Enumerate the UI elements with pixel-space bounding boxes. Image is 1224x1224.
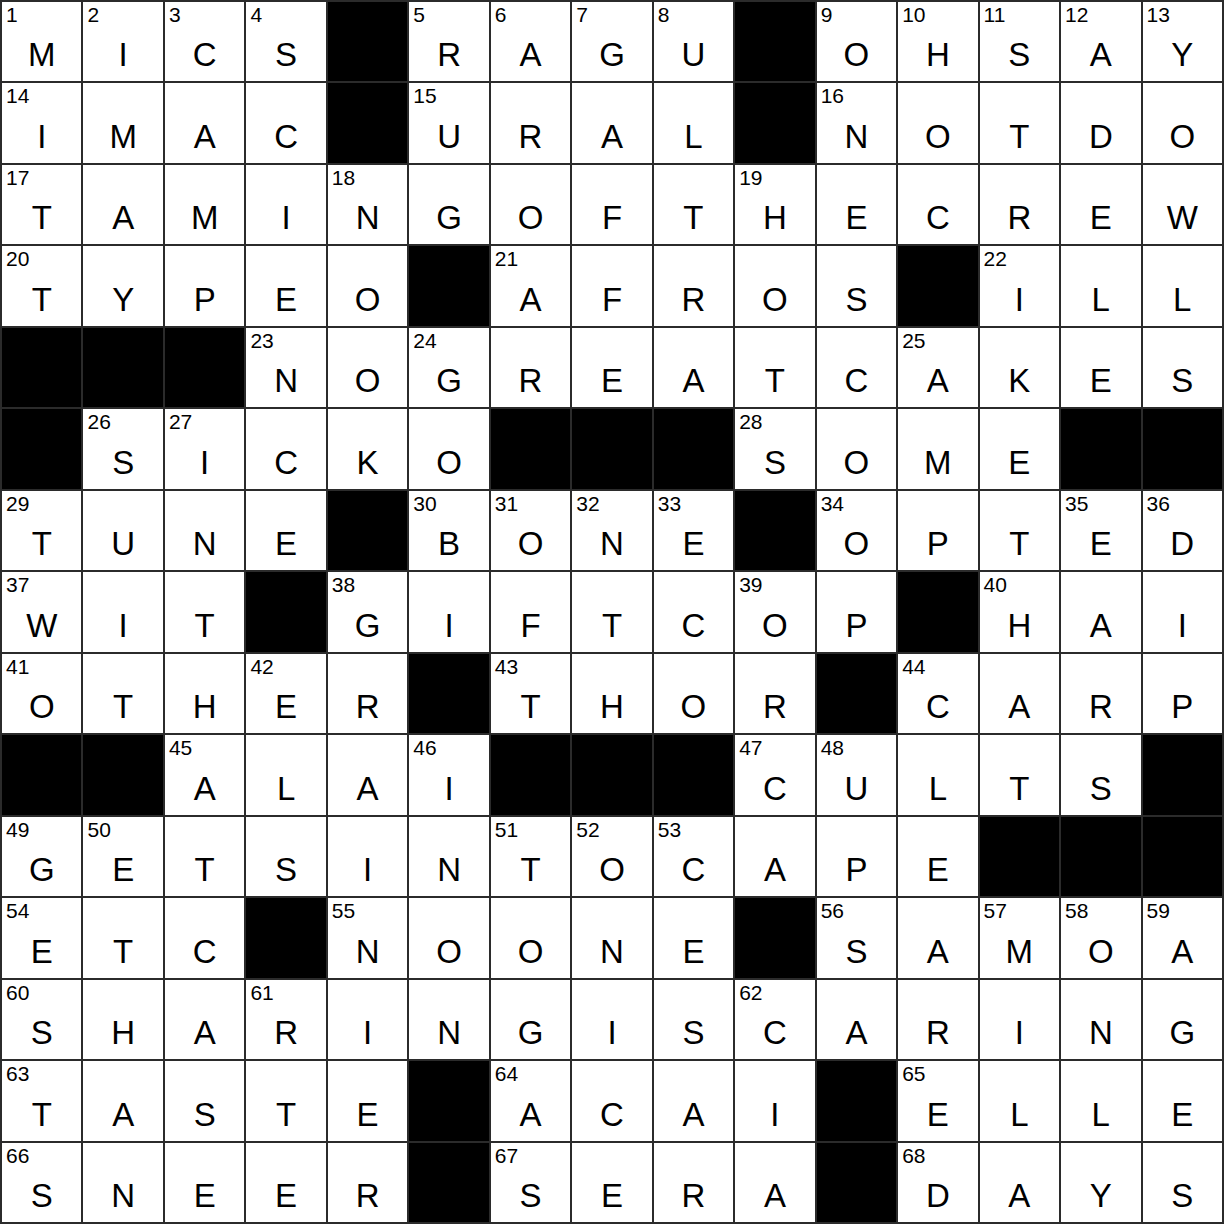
cell-r3c3[interactable]: M [165, 165, 244, 244]
cell-letter: I [83, 609, 162, 642]
cell-r9c9[interactable]: O [654, 654, 733, 733]
cell-letter: E [572, 1179, 651, 1212]
cell-r7c11[interactable]: 34O [817, 491, 896, 570]
cell-r4c2[interactable]: Y [83, 246, 162, 325]
cell-letter: O [572, 853, 651, 886]
cell-r13c10[interactable]: 62C [735, 980, 814, 1059]
cell-letter: G [409, 364, 488, 397]
cell-r6c11[interactable]: O [817, 409, 896, 488]
cell-letter: S [1143, 364, 1222, 397]
clue-number: 13 [1147, 4, 1170, 25]
cell-r6c2[interactable]: 26S [83, 409, 162, 488]
cell-r13c2[interactable]: H [83, 980, 162, 1059]
cell-r9c15[interactable]: P [1143, 654, 1222, 733]
cell-r8c7[interactable]: F [491, 572, 570, 651]
cell-r4c7[interactable]: 21A [491, 246, 570, 325]
cell-r14c4[interactable]: T [246, 1061, 325, 1140]
cell-r10c3[interactable]: 45A [165, 735, 244, 814]
cell-r12c11[interactable]: 56S [817, 898, 896, 977]
clue-number: 44 [902, 656, 925, 677]
clue-number: 3 [169, 4, 181, 25]
cell-r7c7[interactable]: 31O [491, 491, 570, 570]
cell-letter: A [980, 1179, 1059, 1212]
cell-r14c2[interactable]: A [83, 1061, 162, 1140]
cell-letter: S [165, 1098, 244, 1131]
cell-letter: E [898, 1098, 977, 1131]
cell-r3c2[interactable]: A [83, 165, 162, 244]
cell-r2c9[interactable]: L [654, 83, 733, 162]
cell-letter: D [898, 1179, 977, 1212]
cell-r4c3[interactable]: P [165, 246, 244, 325]
cell-letter: S [246, 853, 325, 886]
cell-r1c1[interactable]: 1M [2, 2, 81, 81]
clue-number: 30 [413, 493, 436, 514]
cell-r13c3[interactable]: A [165, 980, 244, 1059]
cell-letter: C [572, 1098, 651, 1131]
cell-r4c10[interactable]: O [735, 246, 814, 325]
cell-r9c2[interactable]: T [83, 654, 162, 733]
cell-r9c4[interactable]: 42E [246, 654, 325, 733]
cell-r4c13[interactable]: 22I [980, 246, 1059, 325]
cell-r7c9[interactable]: 33E [654, 491, 733, 570]
cell-letter: I [328, 853, 407, 886]
cell-r12c15[interactable]: 59A [1143, 898, 1222, 977]
cell-r14c14[interactable]: L [1061, 1061, 1140, 1140]
cell-r2c14[interactable]: D [1061, 83, 1140, 162]
cell-r12c12[interactable]: A [898, 898, 977, 977]
cell-r11c10[interactable]: A [735, 817, 814, 896]
cell-r3c15[interactable]: W [1143, 165, 1222, 244]
cell-r3c9[interactable]: T [654, 165, 733, 244]
cell-r10c12[interactable]: L [898, 735, 977, 814]
cell-letter: F [572, 283, 651, 316]
cell-r12c1[interactable]: 54E [2, 898, 81, 977]
cell-r2c4[interactable]: C [246, 83, 325, 162]
cell-r1c14[interactable]: 12A [1061, 2, 1140, 81]
cell-letter: N [246, 364, 325, 397]
cell-r6c8 [572, 409, 651, 488]
cell-r15c2[interactable]: N [83, 1143, 162, 1222]
cell-r11c7[interactable]: 51T [491, 817, 570, 896]
cell-r7c8[interactable]: 32N [572, 491, 651, 570]
cell-r12c14[interactable]: 58O [1061, 898, 1140, 977]
cell-r1c9[interactable]: 8U [654, 2, 733, 81]
cell-letter: O [1061, 935, 1140, 968]
cell-r5c13[interactable]: K [980, 328, 1059, 407]
clue-number: 37 [6, 574, 29, 595]
cell-r1c11[interactable]: 9O [817, 2, 896, 81]
cell-r9c13[interactable]: A [980, 654, 1059, 733]
cell-r2c1[interactable]: 14I [2, 83, 81, 162]
cell-r9c5[interactable]: R [328, 654, 407, 733]
cell-letter: T [165, 853, 244, 886]
cell-r5c6[interactable]: 24G [409, 328, 488, 407]
cell-r8c9[interactable]: C [654, 572, 733, 651]
cell-r8c8[interactable]: T [572, 572, 651, 651]
cell-r1c13[interactable]: 11S [980, 2, 1059, 81]
cell-r3c11[interactable]: E [817, 165, 896, 244]
cell-r8c12 [898, 572, 977, 651]
cell-letter: N [409, 853, 488, 886]
cell-r12c9[interactable]: E [654, 898, 733, 977]
cell-r12c13[interactable]: 57M [980, 898, 1059, 977]
cell-letter: A [165, 1016, 244, 1049]
cell-r4c14[interactable]: L [1061, 246, 1140, 325]
cell-r5c8[interactable]: E [572, 328, 651, 407]
clue-number: 46 [413, 737, 436, 758]
cell-r9c8[interactable]: H [572, 654, 651, 733]
clue-number: 56 [821, 900, 844, 921]
cell-letter: S [2, 1179, 81, 1212]
cell-r12c5[interactable]: 55N [328, 898, 407, 977]
clue-number: 1 [6, 4, 18, 25]
clue-number: 36 [1147, 493, 1170, 514]
cell-r15c1[interactable]: 66S [2, 1143, 81, 1222]
cell-r6c12[interactable]: M [898, 409, 977, 488]
cell-letter: S [83, 446, 162, 479]
cell-r11c1[interactable]: 49G [2, 817, 81, 896]
cell-letter: S [817, 935, 896, 968]
cell-r14c13[interactable]: L [980, 1061, 1059, 1140]
cell-letter: O [898, 120, 977, 153]
cell-r8c13[interactable]: 40H [980, 572, 1059, 651]
cell-letter: H [898, 38, 977, 71]
cell-letter: M [898, 446, 977, 479]
cell-r8c14[interactable]: A [1061, 572, 1140, 651]
cell-r14c1[interactable]: 63T [2, 1061, 81, 1140]
cell-r15c5[interactable]: R [328, 1143, 407, 1222]
cell-r8c1[interactable]: 37W [2, 572, 81, 651]
cell-r4c11[interactable]: S [817, 246, 896, 325]
cell-r3c10[interactable]: 19H [735, 165, 814, 244]
cell-letter: Y [1061, 1179, 1140, 1212]
cell-r1c12[interactable]: 10H [898, 2, 977, 81]
cell-letter: I [1143, 609, 1222, 642]
cell-letter: K [328, 446, 407, 479]
cell-r5c5[interactable]: O [328, 328, 407, 407]
cell-r11c12[interactable]: E [898, 817, 977, 896]
cell-letter: A [1143, 935, 1222, 968]
cell-r15c4[interactable]: E [246, 1143, 325, 1222]
cell-r11c9[interactable]: 53C [654, 817, 733, 896]
cell-r11c4[interactable]: S [246, 817, 325, 896]
cell-r15c14[interactable]: Y [1061, 1143, 1140, 1222]
clue-number: 27 [169, 411, 192, 432]
cell-r7c3[interactable]: N [165, 491, 244, 570]
cell-r10c14[interactable]: S [1061, 735, 1140, 814]
cell-r15c13[interactable]: A [980, 1143, 1059, 1222]
cell-r7c14[interactable]: 35E [1061, 491, 1140, 570]
cell-letter: N [165, 527, 244, 560]
cell-r14c15[interactable]: E [1143, 1061, 1222, 1140]
cell-r13c5[interactable]: I [328, 980, 407, 1059]
cell-letter: N [328, 201, 407, 234]
cell-r13c4[interactable]: 61R [246, 980, 325, 1059]
cell-r3c1[interactable]: 17T [2, 165, 81, 244]
cell-letter: E [980, 446, 1059, 479]
cell-r13c12[interactable]: R [898, 980, 977, 1059]
cell-r10c4[interactable]: L [246, 735, 325, 814]
cell-r13c15[interactable]: G [1143, 980, 1222, 1059]
cell-r8c3[interactable]: T [165, 572, 244, 651]
cell-r9c3[interactable]: H [165, 654, 244, 733]
cell-letter: C [817, 364, 896, 397]
cell-r15c3[interactable]: E [165, 1143, 244, 1222]
cell-r9c6 [409, 654, 488, 733]
cell-r6c4[interactable]: C [246, 409, 325, 488]
cell-r6c5[interactable]: K [328, 409, 407, 488]
cell-r3c8[interactable]: F [572, 165, 651, 244]
cell-r11c8[interactable]: 52O [572, 817, 651, 896]
clue-number: 24 [413, 330, 436, 351]
cell-letter: B [409, 527, 488, 560]
cell-r2c6[interactable]: 15U [409, 83, 488, 162]
cell-r3c5[interactable]: 18N [328, 165, 407, 244]
cell-r3c6[interactable]: G [409, 165, 488, 244]
cell-r3c12[interactable]: C [898, 165, 977, 244]
cell-r13c11[interactable]: A [817, 980, 896, 1059]
cell-r5c15[interactable]: S [1143, 328, 1222, 407]
cell-r1c2[interactable]: 2I [83, 2, 162, 81]
cell-letter: O [817, 527, 896, 560]
cell-letter: O [654, 690, 733, 723]
cell-letter: O [735, 609, 814, 642]
cell-letter: W [2, 609, 81, 642]
cell-r13c9[interactable]: S [654, 980, 733, 1059]
cell-r13c7[interactable]: G [491, 980, 570, 1059]
cell-r12c2[interactable]: T [83, 898, 162, 977]
cell-letter: R [898, 1016, 977, 1049]
cell-r13c6[interactable]: N [409, 980, 488, 1059]
cell-r7c13[interactable]: T [980, 491, 1059, 570]
cell-r8c10[interactable]: 39O [735, 572, 814, 651]
cell-letter: A [735, 853, 814, 886]
clue-number: 66 [6, 1145, 29, 1166]
cell-r7c5 [328, 491, 407, 570]
cell-r6c6[interactable]: O [409, 409, 488, 488]
cell-letter: E [1061, 201, 1140, 234]
cell-r8c5[interactable]: 38G [328, 572, 407, 651]
cell-letter: I [246, 201, 325, 234]
cell-r12c7[interactable]: O [491, 898, 570, 977]
cell-r3c13[interactable]: R [980, 165, 1059, 244]
cell-r2c7[interactable]: R [491, 83, 570, 162]
cell-letter: I [328, 1016, 407, 1049]
cell-letter: E [246, 1179, 325, 1212]
cell-r14c3[interactable]: S [165, 1061, 244, 1140]
cell-r11c5[interactable]: I [328, 817, 407, 896]
cell-r15c12[interactable]: 68D [898, 1143, 977, 1222]
cell-r12c8[interactable]: N [572, 898, 651, 977]
cell-r14c9[interactable]: A [654, 1061, 733, 1140]
cell-letter: O [491, 935, 570, 968]
cell-r9c14[interactable]: R [1061, 654, 1140, 733]
cell-r9c12[interactable]: 44C [898, 654, 977, 733]
clue-number: 20 [6, 248, 29, 269]
clue-number: 48 [821, 737, 844, 758]
cell-letter: E [246, 527, 325, 560]
cell-r2c5 [328, 83, 407, 162]
cell-letter: E [246, 283, 325, 316]
cell-letter: T [491, 690, 570, 723]
cell-letter: A [1061, 609, 1140, 642]
cell-letter: G [409, 201, 488, 234]
cell-r5c4[interactable]: 23N [246, 328, 325, 407]
cell-letter: S [735, 446, 814, 479]
cell-r4c12 [898, 246, 977, 325]
cell-r15c10[interactable]: A [735, 1143, 814, 1222]
clue-number: 8 [658, 4, 670, 25]
cell-r5c11[interactable]: C [817, 328, 896, 407]
cell-r10c8 [572, 735, 651, 814]
cell-letter: P [1143, 690, 1222, 723]
cell-r13c14[interactable]: N [1061, 980, 1140, 1059]
cell-r5c14[interactable]: E [1061, 328, 1140, 407]
cell-r13c1[interactable]: 60S [2, 980, 81, 1059]
cell-letter: G [328, 609, 407, 642]
clue-number: 28 [739, 411, 762, 432]
cell-r1c15[interactable]: 13Y [1143, 2, 1222, 81]
cell-r15c15[interactable]: S [1143, 1143, 1222, 1222]
cell-r11c3[interactable]: T [165, 817, 244, 896]
clue-number: 60 [6, 982, 29, 1003]
cell-letter: C [165, 38, 244, 71]
cell-r4c4[interactable]: E [246, 246, 325, 325]
clue-number: 11 [984, 4, 1006, 25]
cell-r2c11[interactable]: 16N [817, 83, 896, 162]
cell-r14c12[interactable]: 65E [898, 1061, 977, 1140]
cell-r4c5[interactable]: O [328, 246, 407, 325]
cell-letter: I [409, 772, 488, 805]
cell-r14c7[interactable]: 64A [491, 1061, 570, 1140]
cell-letter: I [2, 120, 81, 153]
cell-r11c2[interactable]: 50E [83, 817, 162, 896]
clue-number: 49 [6, 819, 29, 840]
cell-r8c15[interactable]: I [1143, 572, 1222, 651]
cell-r1c6[interactable]: 5R [409, 2, 488, 81]
cell-letter: M [2, 38, 81, 71]
cell-r15c9[interactable]: R [654, 1143, 733, 1222]
clue-number: 43 [495, 656, 518, 677]
cell-r2c3[interactable]: A [165, 83, 244, 162]
cell-r10c6[interactable]: 46I [409, 735, 488, 814]
cell-r10c5[interactable]: A [328, 735, 407, 814]
cell-letter: E [246, 690, 325, 723]
cell-letter: G [572, 38, 651, 71]
cell-r8c2[interactable]: I [83, 572, 162, 651]
cell-r4c9[interactable]: R [654, 246, 733, 325]
cell-r3c14[interactable]: E [1061, 165, 1140, 244]
clue-number: 39 [739, 574, 762, 595]
cell-r10c2 [83, 735, 162, 814]
cell-letter: O [491, 201, 570, 234]
cell-r12c6[interactable]: O [409, 898, 488, 977]
cell-r10c9 [654, 735, 733, 814]
cell-letter: L [246, 772, 325, 805]
cell-r14c10[interactable]: I [735, 1061, 814, 1140]
cell-r10c11[interactable]: 48U [817, 735, 896, 814]
cell-letter: O [491, 527, 570, 560]
cell-r13c8[interactable]: I [572, 980, 651, 1059]
cell-r7c1[interactable]: 29T [2, 491, 81, 570]
cell-r9c1[interactable]: 41O [2, 654, 81, 733]
cell-letter: K [980, 364, 1059, 397]
cell-r9c10[interactable]: R [735, 654, 814, 733]
cell-r11c6[interactable]: N [409, 817, 488, 896]
clue-number: 14 [6, 85, 29, 106]
clue-number: 6 [495, 4, 507, 25]
cell-r5c2 [83, 328, 162, 407]
cell-letter: O [409, 446, 488, 479]
cell-r6c10[interactable]: 28S [735, 409, 814, 488]
clue-number: 25 [902, 330, 925, 351]
cell-r2c13[interactable]: T [980, 83, 1059, 162]
clue-number: 57 [984, 900, 1007, 921]
cell-letter: N [328, 935, 407, 968]
cell-r5c12[interactable]: 25A [898, 328, 977, 407]
cell-r4c1[interactable]: 20T [2, 246, 81, 325]
cell-r11c11[interactable]: P [817, 817, 896, 896]
cell-letter: L [654, 120, 733, 153]
cell-r7c12[interactable]: P [898, 491, 977, 570]
cell-r4c15[interactable]: L [1143, 246, 1222, 325]
cell-r15c7[interactable]: 67S [491, 1143, 570, 1222]
cell-r7c6[interactable]: 30B [409, 491, 488, 570]
cell-r7c4[interactable]: E [246, 491, 325, 570]
cell-r1c8[interactable]: 7G [572, 2, 651, 81]
cell-letter: G [2, 853, 81, 886]
cell-r1c7[interactable]: 6A [491, 2, 570, 81]
cell-r10c13[interactable]: T [980, 735, 1059, 814]
cell-r8c6[interactable]: I [409, 572, 488, 651]
cell-r9c7[interactable]: 43T [491, 654, 570, 733]
cell-r4c8[interactable]: F [572, 246, 651, 325]
cell-r12c3[interactable]: C [165, 898, 244, 977]
cell-r1c3[interactable]: 3C [165, 2, 244, 81]
cell-r13c13[interactable]: I [980, 980, 1059, 1059]
cell-r3c7[interactable]: O [491, 165, 570, 244]
cell-r8c11[interactable]: P [817, 572, 896, 651]
cell-r14c5[interactable]: E [328, 1061, 407, 1140]
cell-r5c10[interactable]: T [735, 328, 814, 407]
cell-r5c7[interactable]: R [491, 328, 570, 407]
cell-r15c6 [409, 1143, 488, 1222]
cell-r7c15[interactable]: 36D [1143, 491, 1222, 570]
cell-r14c8[interactable]: C [572, 1061, 651, 1140]
cell-letter: R [735, 690, 814, 723]
cell-r15c8[interactable]: E [572, 1143, 651, 1222]
cell-r3c4[interactable]: I [246, 165, 325, 244]
clue-number: 17 [6, 167, 29, 188]
cell-r10c15 [1143, 735, 1222, 814]
cell-letter: L [1143, 283, 1222, 316]
cell-letter: T [2, 283, 81, 316]
cell-letter: A [898, 935, 977, 968]
cell-r2c8[interactable]: A [572, 83, 651, 162]
cell-r2c15[interactable]: O [1143, 83, 1222, 162]
cell-r2c12[interactable]: O [898, 83, 977, 162]
cell-r10c10[interactable]: 47C [735, 735, 814, 814]
cell-r1c4[interactable]: 4S [246, 2, 325, 81]
cell-letter: T [2, 201, 81, 234]
cell-r6c13[interactable]: E [980, 409, 1059, 488]
cell-r5c9[interactable]: A [654, 328, 733, 407]
cell-r6c3[interactable]: 27I [165, 409, 244, 488]
cell-r2c2[interactable]: M [83, 83, 162, 162]
clue-number: 55 [332, 900, 355, 921]
cell-r7c2[interactable]: U [83, 491, 162, 570]
cell-letter: H [572, 690, 651, 723]
